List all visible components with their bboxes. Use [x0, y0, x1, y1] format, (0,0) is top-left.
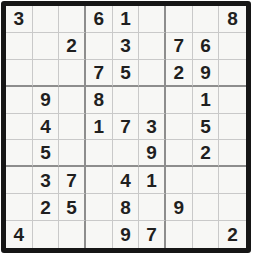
- cell-r1c5[interactable]: 1: [113, 6, 140, 33]
- cell-r1c6[interactable]: [139, 6, 166, 33]
- cell-r2c4[interactable]: [86, 33, 113, 60]
- cell-r2c2[interactable]: [33, 33, 60, 60]
- cell-r6c1[interactable]: [6, 140, 33, 167]
- cell-r8c1[interactable]: [6, 194, 33, 221]
- cell-r3c8[interactable]: 9: [193, 60, 220, 87]
- given-digit: 4: [14, 225, 25, 244]
- given-digit: 7: [94, 63, 105, 82]
- cell-r5c2[interactable]: 4: [33, 114, 60, 141]
- cell-r4c9[interactable]: [219, 87, 246, 114]
- cell-r6c8[interactable]: 2: [193, 140, 220, 167]
- cell-r6c6[interactable]: 9: [139, 140, 166, 167]
- given-digit: 3: [146, 117, 157, 136]
- given-digit: 5: [40, 143, 51, 162]
- given-digit: 9: [146, 143, 157, 162]
- cell-r1c8[interactable]: [193, 6, 220, 33]
- cell-r9c3[interactable]: [59, 221, 86, 248]
- cell-r1c9[interactable]: 8: [219, 6, 246, 33]
- cell-r7c3[interactable]: 7: [59, 167, 86, 194]
- cell-r8c3[interactable]: 5: [59, 194, 86, 221]
- cell-r4c4[interactable]: 8: [86, 87, 113, 114]
- cell-r6c3[interactable]: [59, 140, 86, 167]
- given-digit: 7: [174, 36, 185, 55]
- given-digit: 1: [146, 171, 157, 190]
- cell-r6c2[interactable]: 5: [33, 140, 60, 167]
- cell-r2c6[interactable]: [139, 33, 166, 60]
- cell-r2c3[interactable]: 2: [59, 33, 86, 60]
- cell-r5c1[interactable]: [6, 114, 33, 141]
- cell-r3c9[interactable]: [219, 60, 246, 87]
- cell-r4c7[interactable]: [166, 87, 193, 114]
- given-digit: 9: [40, 90, 51, 109]
- cell-r2c5[interactable]: 3: [113, 33, 140, 60]
- cell-r4c6[interactable]: [139, 87, 166, 114]
- given-digit: 6: [94, 9, 105, 28]
- cell-r8c4[interactable]: [86, 194, 113, 221]
- given-digit: 6: [200, 36, 211, 55]
- given-digit: 9: [200, 63, 211, 82]
- cell-r1c7[interactable]: [166, 6, 193, 33]
- cell-r9c2[interactable]: [33, 221, 60, 248]
- cell-r3c7[interactable]: 2: [166, 60, 193, 87]
- given-digit: 2: [66, 36, 77, 55]
- cell-r6c9[interactable]: [219, 140, 246, 167]
- given-digit: 7: [66, 171, 77, 190]
- cell-r3c2[interactable]: [33, 60, 60, 87]
- cell-r4c3[interactable]: [59, 87, 86, 114]
- cell-r7c5[interactable]: 4: [113, 167, 140, 194]
- cell-r6c7[interactable]: [166, 140, 193, 167]
- cell-r8c6[interactable]: [139, 194, 166, 221]
- cell-r3c4[interactable]: 7: [86, 60, 113, 87]
- cell-r8c9[interactable]: [219, 194, 246, 221]
- cell-r1c2[interactable]: [33, 6, 60, 33]
- cell-r7c2[interactable]: 3: [33, 167, 60, 194]
- cell-r2c8[interactable]: 6: [193, 33, 220, 60]
- cell-r8c8[interactable]: [193, 194, 220, 221]
- cell-r5c3[interactable]: [59, 114, 86, 141]
- cell-r4c2[interactable]: 9: [33, 87, 60, 114]
- cell-r5c5[interactable]: 7: [113, 114, 140, 141]
- given-digit: 1: [94, 117, 105, 136]
- cell-r2c1[interactable]: [6, 33, 33, 60]
- cell-r9c9[interactable]: 2: [219, 221, 246, 248]
- cell-r4c5[interactable]: [113, 87, 140, 114]
- cell-r7c8[interactable]: [193, 167, 220, 194]
- cell-r6c5[interactable]: [113, 140, 140, 167]
- given-digit: 1: [200, 90, 211, 109]
- given-digit: 5: [200, 117, 211, 136]
- given-digit: 1: [120, 9, 131, 28]
- given-digit: 2: [200, 143, 211, 162]
- cell-r1c1[interactable]: 3: [6, 6, 33, 33]
- given-digit: 2: [227, 225, 238, 244]
- cell-r3c3[interactable]: [59, 60, 86, 87]
- cell-r5c4[interactable]: 1: [86, 114, 113, 141]
- given-digit: 3: [120, 36, 131, 55]
- cell-r7c6[interactable]: 1: [139, 167, 166, 194]
- sudoku-grid: 36182376752998141735592374125894972: [6, 6, 246, 248]
- cell-r4c8[interactable]: 1: [193, 87, 220, 114]
- given-digit: 7: [146, 225, 157, 244]
- cell-r9c7[interactable]: [166, 221, 193, 248]
- given-digit: 2: [40, 198, 51, 217]
- cell-r5c6[interactable]: 3: [139, 114, 166, 141]
- given-digit: 9: [174, 198, 185, 217]
- cell-r7c4[interactable]: [86, 167, 113, 194]
- given-digit: 8: [94, 90, 105, 109]
- cell-r9c5[interactable]: 9: [113, 221, 140, 248]
- cell-r8c5[interactable]: 8: [113, 194, 140, 221]
- cell-r9c6[interactable]: 7: [139, 221, 166, 248]
- cell-r9c1[interactable]: 4: [6, 221, 33, 248]
- given-digit: 4: [120, 171, 131, 190]
- cell-r2c9[interactable]: [219, 33, 246, 60]
- cell-r1c4[interactable]: 6: [86, 6, 113, 33]
- cell-r5c8[interactable]: 5: [193, 114, 220, 141]
- cell-r5c7[interactable]: [166, 114, 193, 141]
- given-digit: 5: [120, 63, 131, 82]
- cell-r3c5[interactable]: 5: [113, 60, 140, 87]
- cell-r6c4[interactable]: [86, 140, 113, 167]
- given-digit: 8: [120, 198, 131, 217]
- cell-r2c7[interactable]: 7: [166, 33, 193, 60]
- given-digit: 3: [40, 171, 51, 190]
- cell-r9c4[interactable]: [86, 221, 113, 248]
- given-digit: 5: [66, 198, 77, 217]
- given-digit: 9: [120, 225, 131, 244]
- cell-r5c9[interactable]: [219, 114, 246, 141]
- cell-r4c1[interactable]: [6, 87, 33, 114]
- cell-r7c7[interactable]: [166, 167, 193, 194]
- given-digit: 8: [227, 9, 238, 28]
- cell-r7c9[interactable]: [219, 167, 246, 194]
- cell-r1c3[interactable]: [59, 6, 86, 33]
- cell-r3c6[interactable]: [139, 60, 166, 87]
- cell-r3c1[interactable]: [6, 60, 33, 87]
- given-digit: 2: [174, 63, 185, 82]
- cell-r7c1[interactable]: [6, 167, 33, 194]
- cell-r8c7[interactable]: 9: [166, 194, 193, 221]
- given-digit: 4: [40, 117, 51, 136]
- cell-r8c2[interactable]: 2: [33, 194, 60, 221]
- given-digit: 3: [14, 9, 25, 28]
- given-digit: 7: [120, 117, 131, 136]
- sudoku-board: 36182376752998141735592374125894972: [1, 1, 251, 253]
- cell-r9c8[interactable]: [193, 221, 220, 248]
